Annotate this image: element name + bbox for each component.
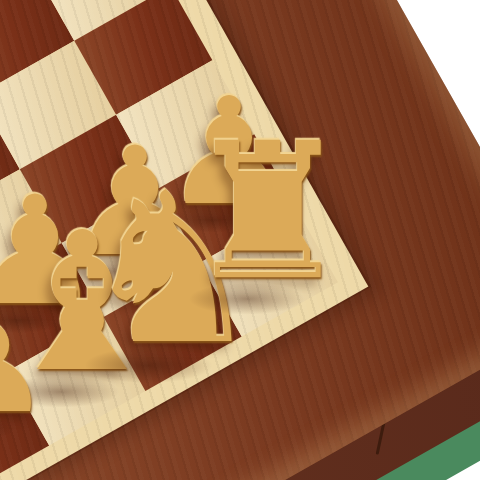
rook-glyph: ♜: [184, 118, 353, 306]
chess-photo-scene: ♟ ♟ ♟ ♝ ♞ ♜ ♟: [0, 0, 480, 480]
pieces-layer: ♟ ♟ ♟ ♝ ♞ ♜ ♟: [0, 0, 480, 480]
white-rook-h1[interactable]: ♜: [184, 118, 353, 306]
white-pawn-e1[interactable]: ♟: [0, 284, 53, 434]
pawn-glyph: ♟: [0, 284, 53, 434]
